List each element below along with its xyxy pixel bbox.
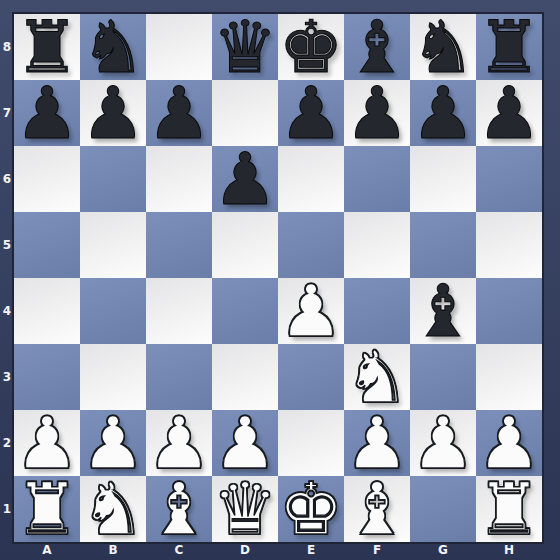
square-c5[interactable]: [146, 212, 212, 278]
square-d6[interactable]: ♟: [212, 146, 278, 212]
square-a7[interactable]: ♟: [14, 80, 80, 146]
piece-white-pawn-e4[interactable]: ♟: [279, 278, 344, 344]
piece-black-pawn-c7[interactable]: ♟: [147, 80, 212, 146]
rank-label-6: 6: [0, 146, 14, 212]
file-label-g: G: [410, 540, 476, 560]
file-labels: ABCDEFGH: [14, 540, 542, 560]
square-d5[interactable]: [212, 212, 278, 278]
square-e7[interactable]: ♟: [278, 80, 344, 146]
square-b6[interactable]: [80, 146, 146, 212]
square-f6[interactable]: [344, 146, 410, 212]
square-d8[interactable]: ♛: [212, 14, 278, 80]
piece-white-rook-h1[interactable]: ♜: [477, 476, 542, 542]
square-d1[interactable]: ♛: [212, 476, 278, 542]
piece-black-pawn-h7[interactable]: ♟: [477, 80, 542, 146]
rank-label-5: 5: [0, 212, 14, 278]
rank-labels: 87654321: [0, 14, 14, 542]
square-b5[interactable]: [80, 212, 146, 278]
piece-black-pawn-a7[interactable]: ♟: [15, 80, 80, 146]
square-g1[interactable]: [410, 476, 476, 542]
square-g4[interactable]: ♝: [410, 278, 476, 344]
chess-board: ♜♞♛♚♝♞♜♟♟♟♟♟♟♟♟♟♝♞♟♟♟♟♟♟♟♜♞♝♛♚♝♜: [14, 14, 542, 542]
square-a1[interactable]: ♜: [14, 476, 80, 542]
chess-board-frame: 87654321 ♜♞♛♚♝♞♜♟♟♟♟♟♟♟♟♟♝♞♟♟♟♟♟♟♟♜♞♝♛♚♝…: [0, 0, 560, 560]
piece-white-bishop-c1[interactable]: ♝: [147, 476, 212, 542]
rank-label-7: 7: [0, 80, 14, 146]
square-c4[interactable]: [146, 278, 212, 344]
square-h5[interactable]: [476, 212, 542, 278]
piece-black-pawn-e7[interactable]: ♟: [279, 80, 344, 146]
square-g2[interactable]: ♟: [410, 410, 476, 476]
square-a6[interactable]: [14, 146, 80, 212]
square-h7[interactable]: ♟: [476, 80, 542, 146]
square-f1[interactable]: ♝: [344, 476, 410, 542]
piece-black-queen-d8[interactable]: ♛: [213, 14, 278, 80]
piece-white-rook-a1[interactable]: ♜: [15, 476, 80, 542]
file-label-f: F: [344, 540, 410, 560]
file-label-h: H: [476, 540, 542, 560]
square-g7[interactable]: ♟: [410, 80, 476, 146]
file-label-b: B: [80, 540, 146, 560]
square-b4[interactable]: [80, 278, 146, 344]
square-e6[interactable]: [278, 146, 344, 212]
rank-label-4: 4: [0, 278, 14, 344]
piece-white-knight-b1[interactable]: ♞: [81, 476, 146, 542]
piece-white-bishop-f1[interactable]: ♝: [345, 476, 410, 542]
square-f7[interactable]: ♟: [344, 80, 410, 146]
piece-white-pawn-g2[interactable]: ♟: [411, 410, 476, 476]
piece-black-pawn-d6[interactable]: ♟: [213, 146, 278, 212]
piece-black-pawn-g7[interactable]: ♟: [411, 80, 476, 146]
square-a4[interactable]: [14, 278, 80, 344]
piece-white-king-e1[interactable]: ♚: [279, 476, 344, 542]
square-f5[interactable]: [344, 212, 410, 278]
file-label-d: D: [212, 540, 278, 560]
square-b1[interactable]: ♞: [80, 476, 146, 542]
square-e1[interactable]: ♚: [278, 476, 344, 542]
square-g6[interactable]: [410, 146, 476, 212]
rank-label-8: 8: [0, 14, 14, 80]
piece-white-queen-d1[interactable]: ♛: [213, 476, 278, 542]
square-d4[interactable]: [212, 278, 278, 344]
square-e3[interactable]: [278, 344, 344, 410]
file-label-a: A: [14, 540, 80, 560]
square-h4[interactable]: [476, 278, 542, 344]
square-c7[interactable]: ♟: [146, 80, 212, 146]
square-c6[interactable]: [146, 146, 212, 212]
piece-black-pawn-f7[interactable]: ♟: [345, 80, 410, 146]
square-c1[interactable]: ♝: [146, 476, 212, 542]
piece-black-bishop-g4[interactable]: ♝: [411, 278, 476, 344]
rank-label-1: 1: [0, 476, 14, 542]
square-b7[interactable]: ♟: [80, 80, 146, 146]
file-label-e: E: [278, 540, 344, 560]
file-label-c: C: [146, 540, 212, 560]
piece-black-pawn-b7[interactable]: ♟: [81, 80, 146, 146]
square-h6[interactable]: [476, 146, 542, 212]
square-h1[interactable]: ♜: [476, 476, 542, 542]
rank-label-2: 2: [0, 410, 14, 476]
square-e4[interactable]: ♟: [278, 278, 344, 344]
rank-label-3: 3: [0, 344, 14, 410]
square-a5[interactable]: [14, 212, 80, 278]
